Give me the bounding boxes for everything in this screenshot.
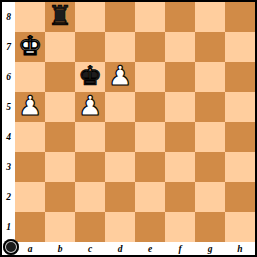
diagram-inner-frame: 87654321 ♜♚♚♟♟♟ abcdefgh [2,2,255,255]
black-rook[interactable]: ♜ [48,2,72,31]
square-c1[interactable] [75,212,105,242]
square-e5[interactable] [135,92,165,122]
square-b7[interactable] [45,32,75,62]
square-d5[interactable] [105,92,135,122]
square-g6[interactable] [195,62,225,92]
square-h8[interactable] [225,2,255,32]
square-h1[interactable] [225,212,255,242]
square-d2[interactable] [105,182,135,212]
square-h7[interactable] [225,32,255,62]
square-c2[interactable] [75,182,105,212]
square-g7[interactable] [195,32,225,62]
square-f1[interactable] [165,212,195,242]
rank-label-1: 1 [2,212,15,242]
file-label-d: d [105,242,135,255]
chess-board: ♜♚♚♟♟♟ [15,2,255,242]
square-e7[interactable] [135,32,165,62]
chess-diagram: 87654321 ♜♚♚♟♟♟ abcdefgh [0,0,257,257]
square-e4[interactable] [135,122,165,152]
file-label-c: c [75,242,105,255]
file-label-e: e [135,242,165,255]
white-king[interactable]: ♚ [18,32,42,61]
file-label-a: a [15,242,45,255]
square-b2[interactable] [45,182,75,212]
square-e2[interactable] [135,182,165,212]
rank-label-4: 4 [2,122,15,152]
file-label-g: g [195,242,225,255]
square-h3[interactable] [225,152,255,182]
square-e3[interactable] [135,152,165,182]
square-h4[interactable] [225,122,255,152]
square-f3[interactable] [165,152,195,182]
square-a5[interactable]: ♟ [15,92,45,122]
black-to-move-indicator [3,239,19,255]
square-g3[interactable] [195,152,225,182]
file-label-b: b [45,242,75,255]
file-label-f: f [165,242,195,255]
square-a4[interactable] [15,122,45,152]
square-e8[interactable] [135,2,165,32]
square-g4[interactable] [195,122,225,152]
square-c8[interactable] [75,2,105,32]
square-f2[interactable] [165,182,195,212]
square-h5[interactable] [225,92,255,122]
square-g5[interactable] [195,92,225,122]
square-c4[interactable] [75,122,105,152]
black-king[interactable]: ♚ [78,62,102,91]
rank-label-5: 5 [2,92,15,122]
square-a1[interactable] [15,212,45,242]
square-a6[interactable] [15,62,45,92]
square-f6[interactable] [165,62,195,92]
square-b6[interactable] [45,62,75,92]
square-a8[interactable] [15,2,45,32]
square-h2[interactable] [225,182,255,212]
square-f8[interactable] [165,2,195,32]
square-c6[interactable]: ♚ [75,62,105,92]
square-e1[interactable] [135,212,165,242]
square-b8[interactable]: ♜ [45,2,75,32]
square-a3[interactable] [15,152,45,182]
square-a2[interactable] [15,182,45,212]
square-d7[interactable] [105,32,135,62]
square-d6[interactable]: ♟ [105,62,135,92]
square-g8[interactable] [195,2,225,32]
square-g1[interactable] [195,212,225,242]
square-d4[interactable] [105,122,135,152]
rank-label-2: 2 [2,182,15,212]
square-g2[interactable] [195,182,225,212]
square-c3[interactable] [75,152,105,182]
square-f5[interactable] [165,92,195,122]
square-b5[interactable] [45,92,75,122]
square-b1[interactable] [45,212,75,242]
white-pawn[interactable]: ♟ [78,92,102,121]
square-f4[interactable] [165,122,195,152]
square-d3[interactable] [105,152,135,182]
square-e6[interactable] [135,62,165,92]
rank-label-3: 3 [2,152,15,182]
rank-label-8: 8 [2,2,15,32]
square-c7[interactable] [75,32,105,62]
square-b4[interactable] [45,122,75,152]
white-pawn[interactable]: ♟ [18,92,42,121]
file-label-h: h [225,242,255,255]
square-b3[interactable] [45,152,75,182]
white-pawn[interactable]: ♟ [108,62,132,91]
square-h6[interactable] [225,62,255,92]
square-d1[interactable] [105,212,135,242]
rank-labels-column: 87654321 [2,2,15,242]
rank-label-6: 6 [2,62,15,92]
square-c5[interactable]: ♟ [75,92,105,122]
square-d8[interactable] [105,2,135,32]
file-labels-row: abcdefgh [15,242,255,255]
square-a7[interactable]: ♚ [15,32,45,62]
square-f7[interactable] [165,32,195,62]
rank-label-7: 7 [2,32,15,62]
